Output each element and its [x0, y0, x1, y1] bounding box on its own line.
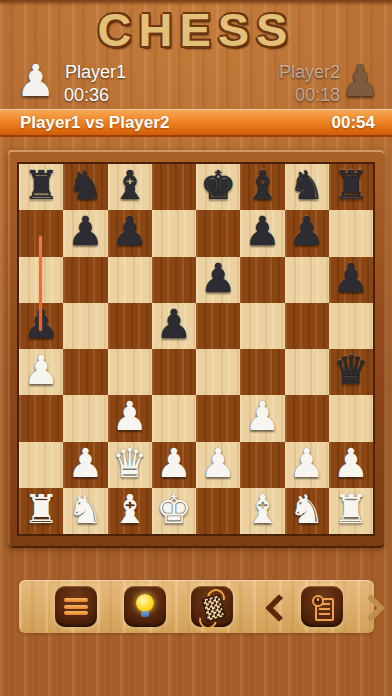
piece-white-pawn: ♟: [200, 443, 236, 483]
square-d5[interactable]: ♟: [152, 303, 196, 349]
piece-white-pawn: ♟: [23, 350, 59, 390]
square-h3[interactable]: [329, 395, 373, 441]
piece-black-knight: ♞: [67, 165, 103, 205]
piece-white-pawn: ♟: [289, 443, 325, 483]
match-banner: Player1 vs Player2 00:54: [0, 109, 392, 137]
bottom-toolbar: [19, 580, 374, 633]
piece-white-queen: ♛: [112, 443, 148, 483]
square-d6[interactable]: [152, 257, 196, 303]
piece-black-pawn: ♟: [289, 211, 325, 251]
square-h7[interactable]: [329, 210, 373, 256]
square-a3[interactable]: [19, 395, 63, 441]
piece-black-bishop: ♝: [112, 165, 148, 205]
next-move-button[interactable]: [363, 597, 379, 613]
square-b5[interactable]: [63, 303, 107, 349]
piece-white-king: ♚: [156, 489, 192, 529]
square-b4[interactable]: [63, 349, 107, 395]
square-h2[interactable]: ♟: [329, 442, 373, 488]
piece-white-bishop: ♝: [112, 489, 148, 529]
piece-white-rook: ♜: [333, 489, 369, 529]
square-d7[interactable]: [152, 210, 196, 256]
piece-black-pawn: ♟: [156, 304, 192, 344]
square-e7[interactable]: [196, 210, 240, 256]
square-c2[interactable]: ♛: [108, 442, 152, 488]
square-e8[interactable]: ♚: [196, 164, 240, 210]
square-d4[interactable]: [152, 349, 196, 395]
piece-white-pawn: ♟: [244, 396, 280, 436]
square-e6[interactable]: ♟: [196, 257, 240, 303]
move-history-button[interactable]: [301, 586, 343, 627]
piece-black-rook: ♜: [333, 165, 369, 205]
square-g3[interactable]: [285, 395, 329, 441]
square-a8[interactable]: ♜: [19, 164, 63, 210]
square-g8[interactable]: ♞: [285, 164, 329, 210]
square-c8[interactable]: ♝: [108, 164, 152, 210]
black-player-clock: 00:18: [295, 85, 340, 106]
white-player-clock: 00:36: [64, 85, 109, 106]
square-g4[interactable]: [285, 349, 329, 395]
previous-move-button[interactable]: [265, 597, 281, 613]
square-g2[interactable]: ♟: [285, 442, 329, 488]
square-d1[interactable]: ♚: [152, 488, 196, 534]
square-b8[interactable]: ♞: [63, 164, 107, 210]
piece-black-bishop: ♝: [244, 165, 280, 205]
piece-white-pawn: ♟: [112, 396, 148, 436]
square-a4[interactable]: ♟: [19, 349, 63, 395]
square-b7[interactable]: ♟: [63, 210, 107, 256]
square-g6[interactable]: [285, 257, 329, 303]
square-c1[interactable]: ♝: [108, 488, 152, 534]
square-b6[interactable]: [63, 257, 107, 303]
hamburger-icon: [64, 598, 88, 615]
square-g1[interactable]: ♞: [285, 488, 329, 534]
square-b2[interactable]: ♟: [63, 442, 107, 488]
matchup-label: Player1 vs Player2: [20, 113, 169, 133]
menu-button[interactable]: [55, 586, 97, 627]
square-d8[interactable]: [152, 164, 196, 210]
flip-board-button[interactable]: [191, 586, 233, 627]
piece-white-rook: ♜: [23, 489, 59, 529]
square-h5[interactable]: [329, 303, 373, 349]
square-f1[interactable]: ♝: [240, 488, 284, 534]
square-e4[interactable]: [196, 349, 240, 395]
piece-black-rook: ♜: [23, 165, 59, 205]
piece-black-pawn: ♟: [200, 258, 236, 298]
rotate-board-icon: [197, 592, 227, 622]
square-h6[interactable]: ♟: [329, 257, 373, 303]
square-e2[interactable]: ♟: [196, 442, 240, 488]
square-d2[interactable]: ♟: [152, 442, 196, 488]
square-a1[interactable]: ♜: [19, 488, 63, 534]
piece-white-pawn: ♟: [67, 443, 103, 483]
square-f8[interactable]: ♝: [240, 164, 284, 210]
lightbulb-icon: [135, 594, 155, 620]
piece-white-pawn: ♟: [156, 443, 192, 483]
square-g7[interactable]: ♟: [285, 210, 329, 256]
square-d3[interactable]: [152, 395, 196, 441]
square-a2[interactable]: [19, 442, 63, 488]
square-f3[interactable]: ♟: [240, 395, 284, 441]
square-e1[interactable]: [196, 488, 240, 534]
square-c3[interactable]: ♟: [108, 395, 152, 441]
white-pawn-icon: ♟: [16, 58, 55, 104]
piece-white-knight: ♞: [67, 489, 103, 529]
square-b1[interactable]: ♞: [63, 488, 107, 534]
piece-black-king: ♚: [200, 165, 236, 205]
square-f5[interactable]: [240, 303, 284, 349]
white-player-name: Player1: [65, 62, 126, 83]
brown-pawn-icon: ♟: [341, 58, 380, 104]
square-f6[interactable]: [240, 257, 284, 303]
game-clock: 00:54: [332, 113, 375, 133]
piece-black-pawn: ♟: [244, 211, 280, 251]
square-c7[interactable]: ♟: [108, 210, 152, 256]
square-c5[interactable]: [108, 303, 152, 349]
app-title: CHESS: [0, 2, 392, 57]
square-f2[interactable]: [240, 442, 284, 488]
piece-white-bishop: ♝: [244, 489, 280, 529]
square-e3[interactable]: [196, 395, 240, 441]
board-grid[interactable]: ♜♞♝♚♝♞♜♟♟♟♟♟♟♟♟♟♛♟♟♟♛♟♟♟♟♜♞♝♚♝♞♜: [19, 164, 373, 534]
square-b3[interactable]: [63, 395, 107, 441]
square-h8[interactable]: ♜: [329, 164, 373, 210]
square-f4[interactable]: [240, 349, 284, 395]
last-move-indicator: [39, 236, 42, 331]
notation-sheet-icon: [312, 595, 332, 619]
hint-button[interactable]: [124, 586, 166, 627]
piece-white-knight: ♞: [289, 489, 325, 529]
piece-black-knight: ♞: [289, 165, 325, 205]
piece-black-pawn: ♟: [333, 258, 369, 298]
piece-black-pawn: ♟: [112, 211, 148, 251]
chess-board-frame: ♜♞♝♚♝♞♜♟♟♟♟♟♟♟♟♟♛♟♟♟♛♟♟♟♟♜♞♝♚♝♞♜: [8, 150, 384, 548]
square-f7[interactable]: ♟: [240, 210, 284, 256]
square-g5[interactable]: [285, 303, 329, 349]
square-h1[interactable]: ♜: [329, 488, 373, 534]
square-c6[interactable]: [108, 257, 152, 303]
square-c4[interactable]: [108, 349, 152, 395]
square-h4[interactable]: ♛: [329, 349, 373, 395]
piece-white-pawn: ♟: [333, 443, 369, 483]
piece-black-pawn: ♟: [67, 211, 103, 251]
black-player-name: Player2: [279, 62, 340, 83]
piece-black-queen: ♛: [333, 350, 369, 390]
square-e5[interactable]: [196, 303, 240, 349]
